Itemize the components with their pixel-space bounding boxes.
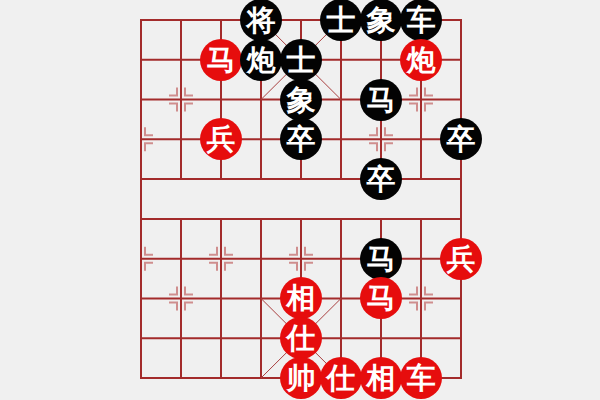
piece-black-elephant-g1[interactable]: 象 [360, 0, 402, 41]
piece-black-cannon-d2[interactable]: 炮 [240, 39, 282, 81]
piece-red-chariot-h10[interactable]: 车 [400, 357, 442, 399]
piece-black-chariot-h1[interactable]: 车 [400, 0, 442, 41]
xiangqi-app: 将士象车马炮士炮象马兵卒卒卒马兵相马仕帅仕相车 [0, 0, 600, 400]
piece-black-advisor-e2[interactable]: 士 [280, 39, 322, 81]
piece-black-general-d1[interactable]: 将 [240, 0, 282, 41]
piece-red-horse-c2[interactable]: 马 [200, 39, 242, 81]
piece-black-elephant-e3[interactable]: 象 [280, 79, 322, 121]
piece-red-advisor-f10[interactable]: 仕 [320, 357, 362, 399]
pieces-layer: 将士象车马炮士炮象马兵卒卒卒马兵相马仕帅仕相车 [0, 0, 600, 400]
piece-red-soldier-i7[interactable]: 兵 [440, 238, 482, 280]
piece-black-soldier-g5[interactable]: 卒 [360, 158, 402, 200]
piece-black-soldier-e4[interactable]: 卒 [280, 118, 322, 160]
piece-red-cannon-h2[interactable]: 炮 [400, 39, 442, 81]
piece-black-advisor-f1[interactable]: 士 [320, 0, 362, 41]
piece-black-horse-g3[interactable]: 马 [360, 79, 402, 121]
piece-red-soldier-c4[interactable]: 兵 [200, 118, 242, 160]
piece-red-horse-g8[interactable]: 马 [360, 277, 402, 319]
piece-red-elephant-g10[interactable]: 相 [360, 357, 402, 399]
piece-red-advisor-e9[interactable]: 仕 [280, 317, 322, 359]
piece-black-horse-g7[interactable]: 马 [360, 238, 402, 280]
piece-red-elephant-e8[interactable]: 相 [280, 277, 322, 319]
piece-black-soldier-i4[interactable]: 卒 [440, 118, 482, 160]
piece-red-general-e10[interactable]: 帅 [280, 357, 322, 399]
